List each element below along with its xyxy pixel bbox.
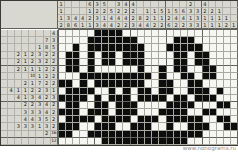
grid-cell-filled[interactable] [102, 123, 109, 130]
grid-cell-filled[interactable] [102, 44, 109, 51]
grid-cell-filled[interactable] [203, 88, 210, 95]
grid-cell-filled[interactable] [159, 95, 166, 102]
grid-cell-empty[interactable] [217, 44, 224, 51]
grid-cell-empty[interactable] [80, 109, 87, 116]
grid-cell-filled[interactable] [188, 116, 195, 123]
grid-cell-empty[interactable] [231, 102, 238, 109]
grid-cell-filled[interactable] [116, 44, 123, 51]
grid-cell-filled[interactable] [131, 37, 138, 44]
grid-cell-filled[interactable] [195, 59, 202, 66]
grid-cell-filled[interactable] [159, 109, 166, 116]
grid-cell-filled[interactable] [95, 37, 102, 44]
grid-cell-empty[interactable] [95, 138, 102, 145]
grid-cell-filled[interactable] [131, 102, 138, 109]
grid-cell-empty[interactable] [181, 123, 188, 130]
grid-cell-filled[interactable] [188, 88, 195, 95]
grid-cell-filled[interactable] [95, 109, 102, 116]
grid-cell-empty[interactable] [145, 109, 152, 116]
grid-cell-empty[interactable] [188, 52, 195, 59]
grid-cell-empty[interactable] [159, 102, 166, 109]
grid-cell-empty[interactable] [224, 80, 231, 87]
grid-cell-empty[interactable] [203, 116, 210, 123]
grid-cell-empty[interactable] [224, 66, 231, 73]
grid-cell-filled[interactable] [73, 44, 80, 51]
grid-cell-filled[interactable] [123, 88, 130, 95]
grid-cell-empty[interactable] [116, 123, 123, 130]
grid-cell-filled[interactable] [174, 95, 181, 102]
grid-cell-filled[interactable] [131, 59, 138, 66]
grid-cell-empty[interactable] [159, 59, 166, 66]
grid-cell-empty[interactable] [138, 102, 145, 109]
grid-cell-empty[interactable] [174, 80, 181, 87]
grid-cell-filled[interactable] [224, 102, 231, 109]
grid-cell-empty[interactable] [203, 30, 210, 37]
grid-cell-filled[interactable] [123, 109, 130, 116]
grid-cell-filled[interactable] [88, 37, 95, 44]
grid-cell-filled[interactable] [195, 44, 202, 51]
grid-cell-filled[interactable] [95, 123, 102, 130]
grid-cell-empty[interactable] [145, 52, 152, 59]
grid-cell-filled[interactable] [167, 109, 174, 116]
grid-cell-empty[interactable] [217, 73, 224, 80]
grid-cell-filled[interactable] [66, 116, 73, 123]
grid-cell-empty[interactable] [152, 123, 159, 130]
grid-cell-empty[interactable] [231, 44, 238, 51]
grid-cell-filled[interactable] [80, 95, 87, 102]
grid-cell-empty[interactable] [66, 44, 73, 51]
grid-cell-empty[interactable] [80, 102, 87, 109]
grid-cell-empty[interactable] [203, 131, 210, 138]
grid-cell-empty[interactable] [80, 30, 87, 37]
grid-cell-empty[interactable] [95, 88, 102, 95]
grid-cell-empty[interactable] [123, 30, 130, 37]
grid-cell-filled[interactable] [188, 73, 195, 80]
grid-cell-filled[interactable] [123, 73, 130, 80]
grid-cell-filled[interactable] [195, 131, 202, 138]
grid-cell-empty[interactable] [73, 30, 80, 37]
grid-cell-empty[interactable] [73, 138, 80, 145]
grid-cell-filled[interactable] [174, 44, 181, 51]
grid-cell-empty[interactable] [59, 59, 66, 66]
grid-cell-filled[interactable] [167, 44, 174, 51]
grid-cell-empty[interactable] [188, 66, 195, 73]
grid-cell-empty[interactable] [102, 66, 109, 73]
grid-cell-empty[interactable] [195, 30, 202, 37]
grid-cell-empty[interactable] [88, 102, 95, 109]
grid-cell-filled[interactable] [88, 52, 95, 59]
grid-cell-filled[interactable] [95, 80, 102, 87]
grid-cell-empty[interactable] [59, 88, 66, 95]
grid-cell-filled[interactable] [59, 131, 66, 138]
grid-cell-filled[interactable] [174, 138, 181, 145]
grid-cell-filled[interactable] [188, 37, 195, 44]
grid-cell-empty[interactable] [59, 44, 66, 51]
grid-cell-empty[interactable] [195, 109, 202, 116]
grid-cell-empty[interactable] [174, 88, 181, 95]
grid-cell-filled[interactable] [109, 73, 116, 80]
grid-cell-empty[interactable] [145, 80, 152, 87]
grid-cell-filled[interactable] [66, 109, 73, 116]
grid-cell-empty[interactable] [80, 123, 87, 130]
grid-cell-filled[interactable] [95, 95, 102, 102]
grid-cell-empty[interactable] [231, 116, 238, 123]
grid-cell-filled[interactable] [195, 52, 202, 59]
grid-cell-filled[interactable] [102, 116, 109, 123]
grid-cell-filled[interactable] [102, 52, 109, 59]
grid-cell-empty[interactable] [231, 88, 238, 95]
grid-cell-filled[interactable] [123, 44, 130, 51]
grid-cell-filled[interactable] [174, 52, 181, 59]
grid-cell-filled[interactable] [73, 52, 80, 59]
grid-cell-filled[interactable] [123, 95, 130, 102]
grid-cell-filled[interactable] [116, 138, 123, 145]
grid-cell-empty[interactable] [59, 73, 66, 80]
grid-cell-empty[interactable] [123, 123, 130, 130]
grid-cell-empty[interactable] [210, 44, 217, 51]
grid-cell-empty[interactable] [167, 59, 174, 66]
grid-cell-empty[interactable] [109, 109, 116, 116]
grid-cell-filled[interactable] [224, 123, 231, 130]
grid-cell-empty[interactable] [210, 30, 217, 37]
grid-cell-filled[interactable] [217, 102, 224, 109]
grid-cell-filled[interactable] [73, 95, 80, 102]
grid-cell-filled[interactable] [195, 88, 202, 95]
grid-cell-filled[interactable] [138, 44, 145, 51]
grid-cell-filled[interactable] [102, 30, 109, 37]
grid-cell-empty[interactable] [231, 131, 238, 138]
grid-cell-empty[interactable] [80, 59, 87, 66]
grid-cell-filled[interactable] [167, 102, 174, 109]
grid-cell-filled[interactable] [152, 138, 159, 145]
grid-cell-empty[interactable] [231, 73, 238, 80]
grid-cell-filled[interactable] [159, 138, 166, 145]
grid-cell-empty[interactable] [224, 52, 231, 59]
grid-cell-empty[interactable] [152, 80, 159, 87]
grid-cell-filled[interactable] [188, 131, 195, 138]
grid-cell-empty[interactable] [131, 30, 138, 37]
grid-cell-filled[interactable] [224, 116, 231, 123]
grid-cell-filled[interactable] [102, 37, 109, 44]
grid-cell-empty[interactable] [224, 59, 231, 66]
grid-cell-filled[interactable] [181, 102, 188, 109]
grid-cell-filled[interactable] [102, 131, 109, 138]
grid-cell-filled[interactable] [109, 95, 116, 102]
grid-cell-filled[interactable] [195, 116, 202, 123]
grid-cell-filled[interactable] [203, 123, 210, 130]
grid-cell-filled[interactable] [203, 73, 210, 80]
grid-cell-empty[interactable] [123, 66, 130, 73]
grid-cell-empty[interactable] [152, 66, 159, 73]
grid-cell-empty[interactable] [66, 30, 73, 37]
grid-cell-filled[interactable] [145, 131, 152, 138]
grid-cell-filled[interactable] [138, 131, 145, 138]
grid-cell-filled[interactable] [109, 80, 116, 87]
grid-cell-empty[interactable] [174, 123, 181, 130]
grid-cell-filled[interactable] [73, 116, 80, 123]
grid-cell-empty[interactable] [145, 30, 152, 37]
grid-cell-empty[interactable] [95, 116, 102, 123]
grid-cell-empty[interactable] [231, 37, 238, 44]
grid-cell-empty[interactable] [203, 102, 210, 109]
grid-cell-empty[interactable] [59, 116, 66, 123]
grid-cell-filled[interactable] [203, 95, 210, 102]
grid-cell-filled[interactable] [167, 88, 174, 95]
grid-cell-empty[interactable] [181, 88, 188, 95]
grid-cell-empty[interactable] [88, 123, 95, 130]
grid-cell-filled[interactable] [131, 73, 138, 80]
grid-cell-empty[interactable] [145, 37, 152, 44]
grid-cell-empty[interactable] [231, 95, 238, 102]
grid-cell-filled[interactable] [102, 109, 109, 116]
grid-cell-empty[interactable] [188, 109, 195, 116]
grid-cell-empty[interactable] [131, 116, 138, 123]
grid-cell-empty[interactable] [210, 131, 217, 138]
grid-cell-empty[interactable] [102, 95, 109, 102]
grid-cell-filled[interactable] [152, 116, 159, 123]
grid-cell-empty[interactable] [217, 131, 224, 138]
grid-cell-filled[interactable] [159, 66, 166, 73]
grid-cell-filled[interactable] [181, 52, 188, 59]
grid-cell-empty[interactable] [224, 73, 231, 80]
grid-cell-filled[interactable] [102, 102, 109, 109]
grid-cell-filled[interactable] [181, 37, 188, 44]
grid-cell-filled[interactable] [88, 73, 95, 80]
grid-cell-empty[interactable] [159, 30, 166, 37]
grid-cell-filled[interactable] [73, 102, 80, 109]
grid-cell-filled[interactable] [131, 80, 138, 87]
grid-cell-filled[interactable] [102, 80, 109, 87]
grid-cell-filled[interactable] [109, 116, 116, 123]
grid-cell-empty[interactable] [102, 88, 109, 95]
grid-cell-empty[interactable] [88, 95, 95, 102]
grid-cell-filled[interactable] [95, 102, 102, 109]
grid-cell-filled[interactable] [181, 116, 188, 123]
grid-cell-empty[interactable] [59, 52, 66, 59]
grid-cell-empty[interactable] [159, 116, 166, 123]
grid-cell-filled[interactable] [116, 116, 123, 123]
grid-cell-empty[interactable] [152, 44, 159, 51]
grid-cell-filled[interactable] [73, 109, 80, 116]
grid-cell-filled[interactable] [203, 66, 210, 73]
grid-cell-filled[interactable] [231, 123, 238, 130]
grid-cell-filled[interactable] [195, 80, 202, 87]
grid-cell-empty[interactable] [59, 30, 66, 37]
grid-cell-filled[interactable] [188, 80, 195, 87]
grid-cell-filled[interactable] [159, 88, 166, 95]
grid-cell-filled[interactable] [145, 116, 152, 123]
grid-cell-filled[interactable] [73, 66, 80, 73]
grid-cell-empty[interactable] [217, 30, 224, 37]
grid-cell-empty[interactable] [152, 73, 159, 80]
grid-cell-filled[interactable] [131, 109, 138, 116]
grid-cell-filled[interactable] [88, 131, 95, 138]
grid-cell-filled[interactable] [109, 59, 116, 66]
grid-cell-empty[interactable] [73, 73, 80, 80]
grid-cell-empty[interactable] [195, 37, 202, 44]
grid-cell-filled[interactable] [66, 95, 73, 102]
grid-cell-filled[interactable] [66, 59, 73, 66]
grid-cell-filled[interactable] [167, 138, 174, 145]
grid-cell-empty[interactable] [224, 131, 231, 138]
grid-cell-filled[interactable] [95, 73, 102, 80]
grid-cell-filled[interactable] [95, 131, 102, 138]
grid-cell-filled[interactable] [138, 52, 145, 59]
grid-cell-empty[interactable] [224, 30, 231, 37]
grid-cell-empty[interactable] [210, 80, 217, 87]
grid-cell-filled[interactable] [66, 80, 73, 87]
grid-cell-empty[interactable] [131, 66, 138, 73]
grid-cell-filled[interactable] [217, 88, 224, 95]
grid-cell-empty[interactable] [145, 44, 152, 51]
grid-cell-empty[interactable] [88, 30, 95, 37]
grid-cell-filled[interactable] [210, 73, 217, 80]
grid-cell-filled[interactable] [109, 123, 116, 130]
grid-cell-filled[interactable] [188, 102, 195, 109]
grid-cell-empty[interactable] [80, 52, 87, 59]
grid-cell-filled[interactable] [131, 52, 138, 59]
grid-cell-filled[interactable] [131, 138, 138, 145]
grid-cell-empty[interactable] [116, 59, 123, 66]
grid-cell-filled[interactable] [203, 109, 210, 116]
grid-cell-filled[interactable] [138, 80, 145, 87]
grid-cell-empty[interactable] [138, 37, 145, 44]
grid-cell-filled[interactable] [138, 123, 145, 130]
grid-cell-empty[interactable] [167, 95, 174, 102]
grid-cell-filled[interactable] [174, 109, 181, 116]
grid-cell-empty[interactable] [73, 80, 80, 87]
grid-cell-filled[interactable] [88, 59, 95, 66]
grid-cell-empty[interactable] [116, 66, 123, 73]
grid-cell-empty[interactable] [152, 52, 159, 59]
grid-cell-filled[interactable] [80, 80, 87, 87]
grid-cell-empty[interactable] [217, 59, 224, 66]
grid-cell-filled[interactable] [167, 131, 174, 138]
grid-cell-filled[interactable] [59, 80, 66, 87]
grid-cell-empty[interactable] [159, 123, 166, 130]
grid-cell-empty[interactable] [145, 102, 152, 109]
grid-cell-filled[interactable] [109, 138, 116, 145]
grid-cell-empty[interactable] [80, 37, 87, 44]
grid-cell-empty[interactable] [210, 37, 217, 44]
grid-cell-filled[interactable] [88, 44, 95, 51]
grid-cell-filled[interactable] [145, 95, 152, 102]
grid-cell-empty[interactable] [210, 88, 217, 95]
grid-cell-empty[interactable] [217, 80, 224, 87]
grid-cell-filled[interactable] [88, 88, 95, 95]
grid-cell-empty[interactable] [210, 116, 217, 123]
grid-cell-filled[interactable] [59, 109, 66, 116]
grid-cell-filled[interactable] [131, 123, 138, 130]
grid-cell-filled[interactable] [152, 131, 159, 138]
grid-cell-empty[interactable] [231, 30, 238, 37]
grid-cell-empty[interactable] [73, 131, 80, 138]
grid-cell-empty[interactable] [224, 95, 231, 102]
grid-cell-filled[interactable] [66, 102, 73, 109]
grid-cell-filled[interactable] [174, 102, 181, 109]
grid-cell-empty[interactable] [210, 123, 217, 130]
grid-cell-filled[interactable] [181, 66, 188, 73]
grid-cell-empty[interactable] [66, 73, 73, 80]
grid-cell-filled[interactable] [88, 66, 95, 73]
grid-cell-filled[interactable] [80, 116, 87, 123]
grid-cell-filled[interactable] [195, 123, 202, 130]
grid-cell-empty[interactable] [203, 80, 210, 87]
grid-cell-filled[interactable] [116, 102, 123, 109]
grid-cell-empty[interactable] [131, 95, 138, 102]
grid-cell-empty[interactable] [145, 59, 152, 66]
grid-cell-empty[interactable] [217, 52, 224, 59]
grid-cell-filled[interactable] [102, 138, 109, 145]
grid-cell-filled[interactable] [66, 52, 73, 59]
grid-cell-empty[interactable] [231, 52, 238, 59]
grid-cell-empty[interactable] [195, 73, 202, 80]
grid-cell-empty[interactable] [231, 109, 238, 116]
grid-cell-filled[interactable] [123, 116, 130, 123]
grid-cell-empty[interactable] [138, 30, 145, 37]
grid-cell-empty[interactable] [231, 66, 238, 73]
grid-cell-empty[interactable] [174, 73, 181, 80]
grid-cell-empty[interactable] [152, 30, 159, 37]
grid-cell-filled[interactable] [210, 66, 217, 73]
grid-cell-empty[interactable] [152, 109, 159, 116]
grid-cell-filled[interactable] [116, 80, 123, 87]
grid-cell-empty[interactable] [167, 66, 174, 73]
grid-cell-filled[interactable] [138, 73, 145, 80]
grid-cell-empty[interactable] [59, 66, 66, 73]
grid-cell-filled[interactable] [138, 95, 145, 102]
grid-cell-empty[interactable] [203, 44, 210, 51]
grid-cell-empty[interactable] [167, 73, 174, 80]
grid-cell-filled[interactable] [80, 88, 87, 95]
grid-cell-filled[interactable] [109, 131, 116, 138]
grid-cell-filled[interactable] [116, 109, 123, 116]
grid-cell-filled[interactable] [88, 116, 95, 123]
grid-cell-filled[interactable] [131, 44, 138, 51]
grid-cell-filled[interactable] [138, 59, 145, 66]
grid-cell-empty[interactable] [217, 37, 224, 44]
grid-cell-empty[interactable] [195, 66, 202, 73]
grid-cell-filled[interactable] [80, 73, 87, 80]
grid-cell-filled[interactable] [131, 131, 138, 138]
grid-cell-empty[interactable] [159, 44, 166, 51]
grid-cell-empty[interactable] [224, 88, 231, 95]
grid-cell-filled[interactable] [195, 95, 202, 102]
grid-cell-empty[interactable] [217, 66, 224, 73]
grid-cell-filled[interactable] [145, 88, 152, 95]
grid-cell-filled[interactable] [145, 73, 152, 80]
grid-cell-empty[interactable] [95, 66, 102, 73]
grid-cell-filled[interactable] [167, 80, 174, 87]
grid-cell-empty[interactable] [73, 37, 80, 44]
grid-cell-filled[interactable] [188, 123, 195, 130]
grid-cell-filled[interactable] [88, 109, 95, 116]
grid-cell-filled[interactable] [123, 37, 130, 44]
grid-cell-filled[interactable] [138, 66, 145, 73]
grid-cell-empty[interactable] [66, 37, 73, 44]
grid-cell-empty[interactable] [59, 138, 66, 145]
grid-cell-empty[interactable] [167, 37, 174, 44]
grid-cell-filled[interactable] [188, 44, 195, 51]
grid-cell-empty[interactable] [145, 66, 152, 73]
grid-cell-filled[interactable] [210, 95, 217, 102]
grid-cell-filled[interactable] [138, 116, 145, 123]
grid-cell-filled[interactable] [59, 123, 66, 130]
grid-cell-empty[interactable] [138, 109, 145, 116]
grid-cell-filled[interactable] [181, 95, 188, 102]
grid-cell-empty[interactable] [210, 102, 217, 109]
grid-cell-filled[interactable] [138, 88, 145, 95]
grid-cell-filled[interactable] [109, 52, 116, 59]
